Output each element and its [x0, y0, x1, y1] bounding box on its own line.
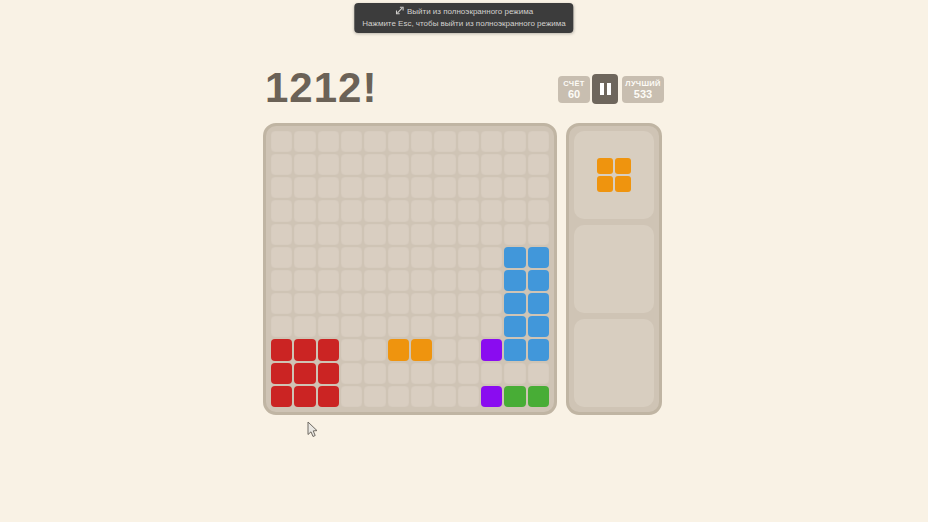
- board-cell-empty: [364, 293, 385, 314]
- board-cell-empty: [364, 316, 385, 337]
- best-score-box: ЛУЧШИЙ 533: [622, 76, 664, 103]
- board-cell-empty: [341, 177, 362, 198]
- exit-fullscreen-icon: [395, 6, 404, 18]
- board-cell-empty: [294, 200, 315, 221]
- board-cell-empty: [481, 363, 502, 384]
- board-cell-empty: [318, 154, 339, 175]
- board-cell-empty: [364, 247, 385, 268]
- board-cell-empty: [458, 200, 479, 221]
- board-cell-empty: [271, 200, 292, 221]
- board-cell-empty: [388, 293, 409, 314]
- board-cell-empty: [318, 177, 339, 198]
- board-cell-empty: [364, 131, 385, 152]
- board-cell-block-blue: [504, 339, 525, 360]
- board-cell-empty: [458, 131, 479, 152]
- piece-block: [615, 176, 631, 192]
- game-page: { "game": "1212! (block puzzle, 12x12 bo…: [0, 0, 928, 522]
- board-cell-empty: [341, 224, 362, 245]
- best-value: 533: [622, 88, 664, 100]
- board-cell-empty: [318, 316, 339, 337]
- tray-slot[interactable]: [574, 131, 654, 219]
- board-cell-empty: [388, 200, 409, 221]
- board-cell-empty: [434, 386, 455, 407]
- board-cell-empty: [434, 293, 455, 314]
- board-cell-empty: [271, 293, 292, 314]
- game-board[interactable]: [263, 123, 557, 415]
- board-cell-block-green: [528, 386, 549, 407]
- board-cell-empty: [271, 247, 292, 268]
- board-cell-empty: [364, 386, 385, 407]
- board-cell-block-blue: [528, 247, 549, 268]
- board-cell-empty: [341, 363, 362, 384]
- board-cell-empty: [504, 200, 525, 221]
- board-cell-empty: [318, 224, 339, 245]
- board-cell-empty: [434, 154, 455, 175]
- board-cell-empty: [271, 177, 292, 198]
- board-cell-empty: [411, 200, 432, 221]
- board-cell-empty: [271, 131, 292, 152]
- board-cell-empty: [341, 131, 362, 152]
- board-cell-empty: [481, 247, 502, 268]
- board-cell-block-red: [294, 339, 315, 360]
- game-title: 1212!: [265, 64, 377, 112]
- piece-block: [615, 158, 631, 174]
- board-cell-empty: [458, 386, 479, 407]
- board-cell-empty: [458, 363, 479, 384]
- board-cell-empty: [318, 247, 339, 268]
- mouse-cursor: [306, 421, 319, 443]
- board-cell-empty: [388, 154, 409, 175]
- board-cell-empty: [458, 154, 479, 175]
- board-cell-empty: [434, 177, 455, 198]
- pause-button[interactable]: [592, 74, 618, 104]
- board-cell-empty: [364, 177, 385, 198]
- board-cell-empty: [481, 154, 502, 175]
- board-cell-empty: [481, 270, 502, 291]
- board-cell-block-red: [294, 363, 315, 384]
- board-cell-empty: [388, 316, 409, 337]
- board-cell-empty: [341, 339, 362, 360]
- board-cell-empty: [388, 131, 409, 152]
- board-cell-empty: [364, 339, 385, 360]
- board-cell-empty: [294, 316, 315, 337]
- board-cell-empty: [434, 131, 455, 152]
- tray-slot[interactable]: [574, 225, 654, 313]
- board-cell-empty: [434, 247, 455, 268]
- board-cell-empty: [458, 224, 479, 245]
- board-cell-empty: [341, 293, 362, 314]
- board-cell-empty: [528, 131, 549, 152]
- board-cell-empty: [504, 224, 525, 245]
- board-cell-empty: [364, 200, 385, 221]
- tray-piece-square-2x2[interactable]: [597, 158, 631, 192]
- board-cell-empty: [294, 154, 315, 175]
- piece-tray: [566, 123, 662, 415]
- board-cell-empty: [294, 177, 315, 198]
- board-cell-block-red: [294, 386, 315, 407]
- board-cell-empty: [388, 363, 409, 384]
- board-cell-block-red: [318, 363, 339, 384]
- board-cell-empty: [458, 316, 479, 337]
- board-cell-block-blue: [528, 293, 549, 314]
- board-cell-empty: [294, 131, 315, 152]
- board-cell-block-blue: [504, 293, 525, 314]
- board-cell-empty: [458, 177, 479, 198]
- board-cell-block-orange: [388, 339, 409, 360]
- board-cell-empty: [458, 270, 479, 291]
- board-cell-empty: [364, 363, 385, 384]
- board-cell-empty: [411, 270, 432, 291]
- board-cell-empty: [388, 224, 409, 245]
- board-cell-block-purple: [481, 339, 502, 360]
- board-cell-empty: [411, 247, 432, 268]
- board-cell-empty: [528, 224, 549, 245]
- board-cell-empty: [271, 270, 292, 291]
- board-cell-empty: [364, 224, 385, 245]
- board-cell-empty: [341, 386, 362, 407]
- piece-block: [597, 176, 613, 192]
- board-cell-empty: [458, 339, 479, 360]
- board-cell-block-blue: [528, 339, 549, 360]
- board-cell-block-red: [271, 363, 292, 384]
- board-cell-empty: [481, 131, 502, 152]
- board-cell-empty: [481, 177, 502, 198]
- board-cell-empty: [318, 293, 339, 314]
- board-cell-empty: [504, 131, 525, 152]
- pause-icon: [600, 83, 611, 95]
- fullscreen-toast-line2: Нажмите Esc, чтобы выйти из полноэкранно…: [362, 18, 565, 29]
- board-cell-empty: [271, 154, 292, 175]
- board-cell-empty: [481, 316, 502, 337]
- board-cell-empty: [294, 224, 315, 245]
- board-cell-empty: [434, 200, 455, 221]
- board-cell-empty: [411, 131, 432, 152]
- board-cell-empty: [458, 293, 479, 314]
- board-grid: [271, 131, 549, 407]
- board-cell-empty: [481, 200, 502, 221]
- board-cell-empty: [434, 363, 455, 384]
- board-cell-empty: [388, 177, 409, 198]
- board-cell-empty: [504, 154, 525, 175]
- fullscreen-toast-line1: Выйти из полноэкранного режима: [362, 6, 565, 18]
- board-cell-block-orange: [411, 339, 432, 360]
- board-cell-block-blue: [504, 247, 525, 268]
- board-cell-empty: [434, 339, 455, 360]
- score-label: СЧЁТ: [558, 79, 590, 88]
- board-cell-empty: [318, 131, 339, 152]
- board-cell-block-red: [318, 339, 339, 360]
- score-box: СЧЁТ 60: [558, 76, 590, 103]
- board-cell-empty: [411, 363, 432, 384]
- board-cell-empty: [504, 363, 525, 384]
- board-cell-empty: [294, 247, 315, 268]
- board-cell-empty: [528, 154, 549, 175]
- board-cell-empty: [411, 293, 432, 314]
- board-cell-empty: [388, 386, 409, 407]
- board-cell-block-red: [271, 386, 292, 407]
- board-cell-empty: [411, 224, 432, 245]
- board-cell-empty: [271, 224, 292, 245]
- toast-text-line1: Выйти из полноэкранного режима: [407, 7, 533, 16]
- board-cell-empty: [388, 270, 409, 291]
- board-cell-block-blue: [504, 316, 525, 337]
- board-cell-empty: [318, 200, 339, 221]
- board-cell-empty: [528, 200, 549, 221]
- board-cell-block-purple: [481, 386, 502, 407]
- board-cell-empty: [434, 224, 455, 245]
- board-cell-empty: [458, 247, 479, 268]
- board-cell-empty: [411, 316, 432, 337]
- board-cell-block-green: [504, 386, 525, 407]
- board-cell-empty: [341, 154, 362, 175]
- board-cell-empty: [504, 177, 525, 198]
- board-cell-empty: [341, 270, 362, 291]
- board-cell-empty: [434, 270, 455, 291]
- board-cell-empty: [411, 154, 432, 175]
- board-cell-empty: [294, 270, 315, 291]
- board-cell-empty: [411, 386, 432, 407]
- board-cell-block-blue: [528, 270, 549, 291]
- board-cell-empty: [341, 316, 362, 337]
- board-cell-empty: [341, 200, 362, 221]
- board-cell-empty: [388, 247, 409, 268]
- board-cell-empty: [481, 293, 502, 314]
- piece-block: [597, 158, 613, 174]
- board-cell-block-blue: [504, 270, 525, 291]
- board-cell-empty: [364, 154, 385, 175]
- board-cell-empty: [318, 270, 339, 291]
- fullscreen-toast: Выйти из полноэкранного режима Нажмите E…: [354, 3, 573, 33]
- board-cell-empty: [481, 224, 502, 245]
- board-cell-empty: [528, 177, 549, 198]
- score-value: 60: [558, 88, 590, 100]
- tray-slot[interactable]: [574, 319, 654, 407]
- board-cell-empty: [341, 247, 362, 268]
- board-cell-block-red: [271, 339, 292, 360]
- board-cell-empty: [434, 316, 455, 337]
- board-cell-block-blue: [528, 316, 549, 337]
- board-cell-block-red: [318, 386, 339, 407]
- board-cell-empty: [271, 316, 292, 337]
- board-cell-empty: [364, 270, 385, 291]
- best-label: ЛУЧШИЙ: [622, 79, 664, 88]
- board-cell-empty: [528, 363, 549, 384]
- board-cell-empty: [294, 293, 315, 314]
- board-cell-empty: [411, 177, 432, 198]
